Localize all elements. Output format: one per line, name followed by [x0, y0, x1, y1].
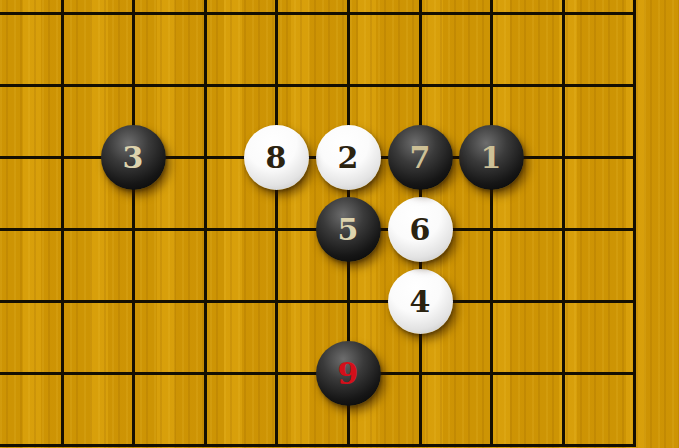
grid-line-vertical: [633, 0, 636, 12]
board-cell[interactable]: [419, 372, 490, 444]
stone-black-7[interactable]: 7: [388, 125, 453, 190]
stone-white-6[interactable]: 6: [388, 197, 453, 262]
stone-number: 1: [459, 125, 524, 190]
board-cell[interactable]: [61, 300, 132, 372]
grid-line-vertical: [61, 0, 64, 12]
grid-line-vertical: [562, 0, 565, 12]
board-cell[interactable]: [419, 12, 490, 84]
board-cell[interactable]: [132, 300, 204, 372]
stone-black-3[interactable]: 3: [101, 125, 166, 190]
grid-line-horizontal: [0, 372, 61, 375]
grid-line-vertical: [419, 0, 422, 12]
board-cell[interactable]: [562, 12, 633, 84]
stone-number: 2: [316, 125, 381, 190]
stone-black-5[interactable]: 5: [316, 197, 381, 262]
board-cell[interactable]: [132, 12, 204, 84]
grid-line-vertical: [204, 0, 207, 12]
stone-number: 4: [388, 269, 453, 334]
grid-line-vertical: [275, 0, 278, 12]
board-cell[interactable]: [275, 12, 347, 84]
stone-white-4[interactable]: 4: [388, 269, 453, 334]
board-cell[interactable]: [204, 12, 275, 84]
grid-line-horizontal: [0, 300, 61, 303]
board-cell[interactable]: [61, 228, 132, 300]
stone-number: 7: [388, 125, 453, 190]
board-cell[interactable]: [204, 372, 275, 444]
board-cell[interactable]: [61, 372, 132, 444]
stone-number: 9: [316, 341, 381, 406]
stone-number: 3: [101, 125, 166, 190]
board-cell[interactable]: [490, 300, 562, 372]
board-cell[interactable]: [490, 12, 562, 84]
grid-line-horizontal: [0, 228, 61, 231]
grid-line-horizontal: [0, 84, 61, 87]
grid-line-vertical: [347, 0, 350, 12]
board-cell[interactable]: [490, 372, 562, 444]
board-cell[interactable]: [61, 12, 132, 84]
stone-number: 8: [244, 125, 309, 190]
go-board[interactable]: 123456789: [0, 0, 679, 448]
stone-number: 5: [316, 197, 381, 262]
grid-line-horizontal: [0, 444, 61, 447]
stone-black-1[interactable]: 1: [459, 125, 524, 190]
board-cell[interactable]: [562, 156, 633, 228]
stone-white-8[interactable]: 8: [244, 125, 309, 190]
board-cell[interactable]: [204, 228, 275, 300]
board-cell[interactable]: [132, 228, 204, 300]
grid-line-vertical: [490, 0, 493, 12]
stone-number: 6: [388, 197, 453, 262]
grid-line-horizontal: [0, 156, 61, 159]
board-cell[interactable]: [347, 12, 419, 84]
grid-line-vertical: [132, 0, 135, 12]
board-cell[interactable]: [204, 300, 275, 372]
board-cell[interactable]: [562, 372, 633, 444]
board-cell[interactable]: [490, 228, 562, 300]
board-cell[interactable]: [562, 84, 633, 156]
stone-white-2[interactable]: 2: [316, 125, 381, 190]
grid-line-horizontal: [0, 12, 61, 15]
stone-black-9[interactable]: 9: [316, 341, 381, 406]
board-cell[interactable]: [562, 228, 633, 300]
board-cell[interactable]: [562, 300, 633, 372]
board-cell[interactable]: [132, 372, 204, 444]
